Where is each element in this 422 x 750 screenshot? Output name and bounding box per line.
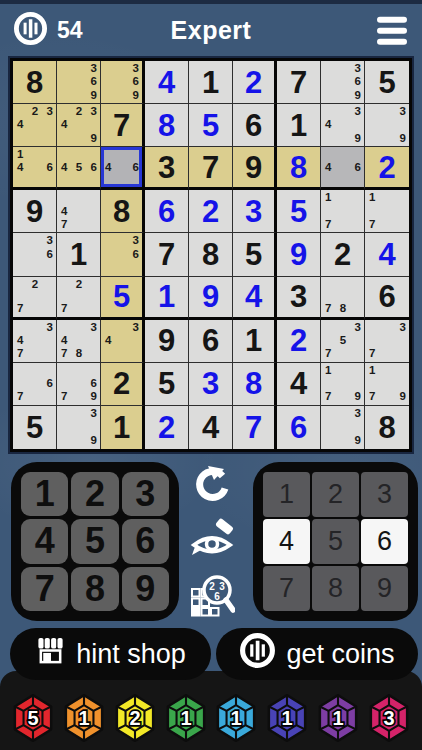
pencil-marks: 47 — [57, 190, 100, 232]
candidate-pad-digit-6[interactable]: 6 — [361, 519, 408, 564]
pencil-marks: 234 — [13, 104, 56, 146]
cell-r6c7[interactable]: 3 — [277, 277, 321, 320]
cell-value: 5 — [26, 412, 43, 443]
pencil-marks: 369 — [321, 61, 364, 103]
pencil-marks: 679 — [57, 363, 100, 405]
cell-r8c6[interactable]: 8 — [233, 363, 277, 406]
cell-r4c7[interactable]: 5 — [277, 190, 321, 233]
cell-r2c4[interactable]: 8 — [145, 104, 189, 147]
pencil-marks: 17 — [365, 190, 409, 232]
cell-value: 6 — [290, 412, 307, 443]
cell-r9c6[interactable]: 7 — [233, 406, 277, 449]
numpad-button-9[interactable]: 9 — [122, 567, 169, 611]
cell-value: 8 — [26, 67, 43, 98]
cell-r7c3[interactable]: 34 — [101, 320, 145, 363]
numpad-button-7[interactable]: 7 — [21, 567, 68, 611]
cell-value: 8 — [158, 110, 175, 141]
cell-value: 4 — [158, 67, 175, 98]
cell-r4c3[interactable]: 8 — [101, 190, 145, 233]
sudoku-board: 8369369412736952342349785613493914645646… — [10, 58, 412, 452]
cell-r2c6[interactable]: 6 — [233, 104, 277, 147]
cell-value: 6 — [158, 196, 175, 227]
pencil-marks: 67 — [13, 363, 56, 405]
cell-r6c6[interactable]: 4 — [233, 277, 277, 320]
cell-value: 6 — [202, 325, 219, 356]
cell-r6c5[interactable]: 9 — [189, 277, 233, 320]
cell-r9c5[interactable]: 4 — [189, 406, 233, 449]
cell-r4c1[interactable]: 9 — [13, 190, 57, 233]
cell-value: 4 — [202, 412, 219, 443]
numpad-button-1[interactable]: 1 — [21, 472, 68, 516]
cell-r8c1[interactable]: 67 — [13, 363, 57, 406]
cell-value: 1 — [245, 325, 262, 356]
cell-r7c8[interactable]: 357 — [321, 320, 365, 363]
cell-value: 8 — [202, 239, 219, 270]
candidate-pad-digit-3[interactable]: 3 — [361, 472, 408, 517]
numpad-button-3[interactable]: 3 — [122, 472, 169, 516]
top-bar: 54 Expert — [0, 4, 422, 57]
cell-r4c4[interactable]: 6 — [145, 190, 189, 233]
cell-r3c7[interactable]: 8 — [277, 147, 321, 190]
cell-value: 7 — [158, 239, 175, 270]
cell-value: 8 — [378, 412, 395, 443]
cell-value: 9 — [245, 152, 262, 183]
cell-r7c1[interactable]: 347 — [13, 320, 57, 363]
cell-r7c6[interactable]: 1 — [233, 320, 277, 363]
candidate-pad-digit-1[interactable]: 1 — [263, 472, 310, 517]
cell-r2c7[interactable]: 1 — [277, 104, 321, 147]
pencil-marks: 146 — [13, 147, 56, 187]
cell-r6c4[interactable]: 1 — [145, 277, 189, 320]
cell-value: 8 — [113, 196, 130, 227]
pencil-marks: 39 — [365, 104, 409, 146]
numpad-button-2[interactable]: 2 — [71, 472, 118, 516]
cell-r1c4[interactable]: 4 — [145, 61, 189, 104]
cell-r1c8[interactable]: 369 — [321, 61, 365, 104]
pencil-marks: 46 — [101, 147, 142, 187]
pencil-marks: 456 — [57, 147, 100, 187]
coin-icon — [13, 11, 48, 50]
indigo-gem[interactable]: 1 — [266, 694, 308, 742]
cell-r1c9[interactable]: 5 — [365, 61, 409, 104]
pencil-marks: 17 — [321, 190, 364, 232]
coin-icon — [239, 632, 276, 676]
svg-text:1: 1 — [231, 706, 242, 728]
cell-value: 7 — [245, 412, 262, 443]
pencil-marks: 36 — [101, 233, 142, 275]
pencil-marks: 78 — [321, 277, 364, 317]
cell-value: 3 — [245, 196, 262, 227]
cell-value: 6 — [245, 110, 262, 141]
green-gem[interactable]: 1 — [165, 694, 207, 742]
cell-value: 7 — [290, 67, 307, 98]
svg-text:1: 1 — [78, 706, 89, 728]
cell-value: 7 — [113, 110, 130, 141]
cell-r9c2[interactable]: 39 — [57, 406, 101, 449]
pencil-marks: 179 — [365, 363, 409, 405]
cell-r6c9[interactable]: 6 — [365, 277, 409, 320]
pencil-marks: 37 — [365, 320, 409, 362]
svg-text:2: 2 — [129, 706, 140, 728]
eye-pencil-notes-icon[interactable] — [189, 518, 235, 560]
cell-r9c4[interactable]: 2 — [145, 406, 189, 449]
pencil-marks: 46 — [321, 147, 364, 187]
svg-text:3: 3 — [383, 706, 394, 728]
cell-r1c7[interactable]: 7 — [277, 61, 321, 104]
cell-r2c1[interactable]: 234 — [13, 104, 57, 147]
pencil-marks: 3478 — [57, 320, 100, 362]
cell-r7c2[interactable]: 3478 — [57, 320, 101, 363]
number-pad: 123456789 — [11, 462, 179, 621]
red-gem[interactable]: 5 — [12, 694, 54, 742]
cell-r3c3[interactable]: 46 — [101, 147, 145, 190]
cell-value: 2 — [378, 152, 395, 183]
candidate-pad-digit-2[interactable]: 2 — [312, 472, 359, 517]
numpad-button-5[interactable]: 5 — [71, 519, 118, 563]
gem-inventory-bar: 51211113 — [0, 671, 422, 750]
cell-r8c3[interactable]: 2 — [101, 363, 145, 406]
cell-value: 5 — [158, 368, 175, 399]
pencil-marks: 34 — [101, 320, 142, 362]
cell-r1c6[interactable]: 2 — [233, 61, 277, 104]
pink-gem[interactable]: 3 — [368, 694, 410, 742]
pencil-marks: 369 — [57, 61, 100, 103]
candidate-pad-digit-5[interactable]: 5 — [312, 519, 359, 564]
cell-value: 5 — [245, 239, 262, 270]
cell-r1c2[interactable]: 369 — [57, 61, 101, 104]
coin-counter[interactable]: 54 — [13, 11, 83, 50]
cell-r8c2[interactable]: 679 — [57, 363, 101, 406]
cell-r8c5[interactable]: 3 — [189, 363, 233, 406]
cell-r5c2[interactable]: 1 — [57, 233, 101, 276]
cell-r5c8[interactable]: 2 — [321, 233, 365, 276]
hint-shop-label: hint shop — [76, 639, 186, 670]
cell-r3c2[interactable]: 456 — [57, 147, 101, 190]
cell-r6c3[interactable]: 5 — [101, 277, 145, 320]
cell-r6c1[interactable]: 27 — [13, 277, 57, 320]
pencil-marks: 36 — [13, 233, 56, 275]
cell-value: 2 — [158, 412, 175, 443]
cell-r5c1[interactable]: 36 — [13, 233, 57, 276]
cell-r5c9[interactable]: 4 — [365, 233, 409, 276]
cell-value: 2 — [245, 67, 262, 98]
cell-r9c9[interactable]: 8 — [365, 406, 409, 449]
cell-r4c2[interactable]: 47 — [57, 190, 101, 233]
cell-r9c8[interactable]: 39 — [321, 406, 365, 449]
cell-r2c2[interactable]: 2349 — [57, 104, 101, 147]
svg-text:3: 3 — [219, 581, 225, 592]
cell-r7c5[interactable]: 6 — [189, 320, 233, 363]
candidate-pad-digit-4[interactable]: 4 — [263, 519, 310, 564]
cell-value: 2 — [202, 196, 219, 227]
get-coins-button[interactable]: get coins — [216, 628, 418, 680]
pencil-marks: 27 — [13, 277, 56, 317]
cell-value: 5 — [378, 67, 395, 98]
cell-r5c5[interactable]: 8 — [189, 233, 233, 276]
pencil-marks: 39 — [57, 406, 100, 449]
cell-r8c8[interactable]: 179 — [321, 363, 365, 406]
cell-value: 5 — [113, 281, 130, 312]
cell-r2c9[interactable]: 39 — [365, 104, 409, 147]
cell-r4c5[interactable]: 2 — [189, 190, 233, 233]
cell-value: 5 — [202, 110, 219, 141]
cell-value: 3 — [158, 152, 175, 183]
cell-value: 4 — [245, 281, 262, 312]
pencil-marks: 357 — [321, 320, 364, 362]
cell-r3c4[interactable]: 3 — [145, 147, 189, 190]
cell-value: 8 — [245, 368, 262, 399]
cell-r9c1[interactable]: 5 — [13, 406, 57, 449]
cell-value: 2 — [334, 239, 351, 270]
cell-value: 9 — [290, 239, 307, 270]
cell-value: 7 — [202, 152, 219, 183]
cell-value: 1 — [113, 412, 130, 443]
cell-r3c1[interactable]: 146 — [13, 147, 57, 190]
cell-r4c6[interactable]: 3 — [233, 190, 277, 233]
cell-value: 5 — [290, 196, 307, 227]
cell-r1c1[interactable]: 8 — [13, 61, 57, 104]
cell-r2c3[interactable]: 7 — [101, 104, 145, 147]
svg-text:6: 6 — [214, 591, 220, 602]
hint-shop-button[interactable]: hint shop — [10, 628, 211, 680]
cell-r8c4[interactable]: 5 — [145, 363, 189, 406]
numpad-button-6[interactable]: 6 — [122, 519, 169, 563]
cell-r2c8[interactable]: 349 — [321, 104, 365, 147]
cell-r7c4[interactable]: 9 — [145, 320, 189, 363]
cell-r3c8[interactable]: 46 — [321, 147, 365, 190]
candidate-pad: 123456789 — [253, 462, 418, 621]
candidate-pad-digit-7[interactable]: 7 — [263, 566, 310, 611]
cell-r4c8[interactable]: 17 — [321, 190, 365, 233]
shop-icon — [35, 635, 66, 673]
pencil-marks: 39 — [321, 406, 364, 449]
cell-r5c4[interactable]: 7 — [145, 233, 189, 276]
cell-r8c7[interactable]: 4 — [277, 363, 321, 406]
pencil-marks: 27 — [57, 277, 100, 317]
cell-value: 4 — [378, 239, 395, 270]
yellow-gem[interactable]: 2 — [114, 694, 156, 742]
magnifier-grid-icon[interactable]: 2 3 6 — [189, 573, 235, 619]
cell-r3c6[interactable]: 9 — [233, 147, 277, 190]
pencil-marks: 179 — [321, 363, 364, 405]
cell-value: 2 — [290, 325, 307, 356]
undo-icon[interactable] — [191, 465, 233, 505]
cell-r8c9[interactable]: 179 — [365, 363, 409, 406]
hamburger-menu-icon[interactable] — [377, 16, 407, 45]
candidate-pad-digit-9[interactable]: 9 — [361, 566, 408, 611]
cell-r9c3[interactable]: 1 — [101, 406, 145, 449]
coin-count: 54 — [57, 17, 83, 44]
cell-value: 1 — [290, 110, 307, 141]
get-coins-label: get coins — [286, 639, 394, 670]
cell-value: 1 — [202, 67, 219, 98]
numpad-button-8[interactable]: 8 — [71, 567, 118, 611]
cell-r1c5[interactable]: 1 — [189, 61, 233, 104]
cell-value: 3 — [202, 368, 219, 399]
cell-value: 9 — [26, 196, 43, 227]
pencil-marks: 349 — [321, 104, 364, 146]
svg-text:5: 5 — [27, 706, 38, 728]
pencil-marks: 347 — [13, 320, 56, 362]
cell-r1c3[interactable]: 369 — [101, 61, 145, 104]
tool-column: 2 3 6 — [183, 462, 241, 622]
pencil-marks: 2349 — [57, 104, 100, 146]
numpad-button-4[interactable]: 4 — [21, 519, 68, 563]
cell-r7c9[interactable]: 37 — [365, 320, 409, 363]
cell-r6c2[interactable]: 27 — [57, 277, 101, 320]
cell-value: 1 — [158, 281, 175, 312]
cell-r5c7[interactable]: 9 — [277, 233, 321, 276]
orange-gem[interactable]: 1 — [63, 694, 105, 742]
cell-r6c8[interactable]: 78 — [321, 277, 365, 320]
cell-value: 8 — [290, 152, 307, 183]
cell-value: 3 — [290, 281, 307, 312]
cell-value: 2 — [113, 368, 130, 399]
cyan-gem[interactable]: 1 — [215, 694, 257, 742]
cell-value: 4 — [290, 368, 307, 399]
cell-r7c7[interactable]: 2 — [277, 320, 321, 363]
cell-r3c5[interactable]: 7 — [189, 147, 233, 190]
cell-r5c6[interactable]: 5 — [233, 233, 277, 276]
cell-value: 9 — [202, 281, 219, 312]
svg-text:1: 1 — [282, 706, 293, 728]
pencil-marks: 369 — [101, 61, 142, 103]
purple-gem[interactable]: 1 — [317, 694, 359, 742]
cell-r3c9[interactable]: 2 — [365, 147, 409, 190]
cell-r9c7[interactable]: 6 — [277, 406, 321, 449]
cell-value: 1 — [70, 239, 87, 270]
cell-value: 6 — [378, 281, 395, 312]
svg-text:1: 1 — [180, 706, 191, 728]
candidate-pad-digit-8[interactable]: 8 — [312, 566, 359, 611]
svg-text:1: 1 — [333, 706, 344, 728]
cell-value: 9 — [158, 325, 175, 356]
cell-r2c5[interactable]: 5 — [189, 104, 233, 147]
cell-r5c3[interactable]: 36 — [101, 233, 145, 276]
cell-r4c9[interactable]: 17 — [365, 190, 409, 233]
